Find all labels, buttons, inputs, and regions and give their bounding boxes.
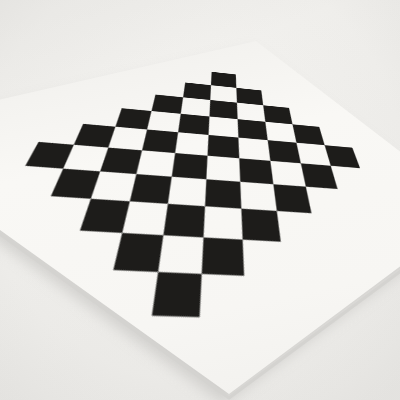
board-photo-scene	[0, 0, 400, 400]
